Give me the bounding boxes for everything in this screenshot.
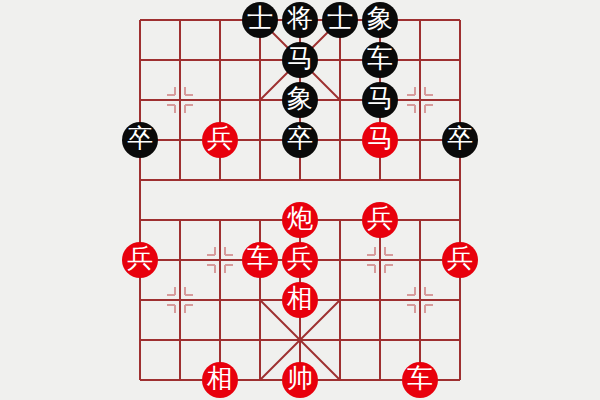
point-3-4[interactable] [240, 160, 280, 200]
point-0-7[interactable] [120, 280, 160, 320]
piece-glyph: 帅 [287, 366, 313, 392]
point-2-4[interactable] [200, 160, 240, 200]
point-6-9[interactable] [360, 360, 400, 400]
point-0-9[interactable] [120, 360, 160, 400]
piece-red-chariot[interactable]: 车 [242, 242, 278, 278]
point-5-3[interactable] [320, 120, 360, 160]
point-5-6[interactable] [320, 240, 360, 280]
point-5-5[interactable] [320, 200, 360, 240]
piece-red-general[interactable]: 帅 [282, 362, 318, 398]
piece-glyph: 卒 [127, 126, 153, 152]
piece-glyph: 炮 [287, 206, 313, 232]
point-8-0[interactable] [440, 0, 480, 40]
point-2-8[interactable] [200, 320, 240, 360]
piece-glyph: 兵 [447, 246, 473, 272]
piece-glyph: 兵 [127, 246, 153, 272]
piece-black-advisor[interactable]: 士 [322, 2, 358, 38]
piece-glyph: 相 [287, 286, 313, 312]
point-3-8[interactable] [240, 320, 280, 360]
point-4-7[interactable]: 相 [280, 280, 320, 320]
point-3-3[interactable] [240, 120, 280, 160]
point-3-9[interactable] [240, 360, 280, 400]
point-8-1[interactable] [440, 40, 480, 80]
piece-red-soldier[interactable]: 兵 [122, 242, 158, 278]
piece-glyph: 马 [367, 86, 393, 112]
piece-black-elephant[interactable]: 象 [362, 2, 398, 38]
point-1-5[interactable] [160, 200, 200, 240]
point-5-4[interactable] [320, 160, 360, 200]
point-4-2[interactable]: 象 [280, 80, 320, 120]
point-3-5[interactable] [240, 200, 280, 240]
point-4-8[interactable] [280, 320, 320, 360]
point-7-8[interactable] [400, 320, 440, 360]
piece-red-horse[interactable]: 马 [362, 122, 398, 158]
point-0-4[interactable] [120, 160, 160, 200]
point-1-6[interactable] [160, 240, 200, 280]
point-7-9[interactable]: 车 [400, 360, 440, 400]
point-1-0[interactable] [160, 0, 200, 40]
point-3-1[interactable] [240, 40, 280, 80]
point-2-5[interactable] [200, 200, 240, 240]
point-8-4[interactable] [440, 160, 480, 200]
point-5-1[interactable] [320, 40, 360, 80]
point-3-6[interactable]: 车 [240, 240, 280, 280]
piece-glyph: 车 [407, 366, 433, 392]
point-4-9[interactable]: 帅 [280, 360, 320, 400]
piece-black-general[interactable]: 将 [282, 2, 318, 38]
point-3-0[interactable]: 士 [240, 0, 280, 40]
piece-black-soldier[interactable]: 卒 [122, 122, 158, 158]
piece-glyph: 卒 [447, 126, 473, 152]
point-4-6[interactable]: 兵 [280, 240, 320, 280]
point-0-8[interactable] [120, 320, 160, 360]
point-7-1[interactable] [400, 40, 440, 80]
point-6-6[interactable] [360, 240, 400, 280]
point-3-7[interactable] [240, 280, 280, 320]
point-6-7[interactable] [360, 280, 400, 320]
point-1-2[interactable] [160, 80, 200, 120]
point-8-6[interactable]: 兵 [440, 240, 480, 280]
point-6-4[interactable] [360, 160, 400, 200]
point-0-3[interactable]: 卒 [120, 120, 160, 160]
point-1-3[interactable] [160, 120, 200, 160]
point-0-0[interactable] [120, 0, 160, 40]
point-1-4[interactable] [160, 160, 200, 200]
point-5-7[interactable] [320, 280, 360, 320]
piece-red-soldier[interactable]: 兵 [442, 242, 478, 278]
piece-glyph: 马 [287, 46, 313, 72]
point-6-0[interactable]: 象 [360, 0, 400, 40]
point-2-1[interactable] [200, 40, 240, 80]
point-5-9[interactable] [320, 360, 360, 400]
point-2-0[interactable] [200, 0, 240, 40]
piece-glyph: 马 [367, 126, 393, 152]
point-3-2[interactable] [240, 80, 280, 120]
point-5-2[interactable] [320, 80, 360, 120]
point-8-8[interactable] [440, 320, 480, 360]
piece-glyph: 兵 [287, 246, 313, 272]
point-6-2[interactable]: 马 [360, 80, 400, 120]
piece-red-soldier[interactable]: 兵 [202, 122, 238, 158]
point-7-7[interactable] [400, 280, 440, 320]
point-8-5[interactable] [440, 200, 480, 240]
point-7-0[interactable] [400, 0, 440, 40]
point-0-5[interactable] [120, 200, 160, 240]
piece-glyph: 士 [247, 6, 273, 32]
point-4-0[interactable]: 将 [280, 0, 320, 40]
piece-black-horse[interactable]: 马 [362, 82, 398, 118]
point-7-4[interactable] [400, 160, 440, 200]
point-8-7[interactable] [440, 280, 480, 320]
piece-red-soldier[interactable]: 兵 [282, 242, 318, 278]
point-0-2[interactable] [120, 80, 160, 120]
piece-red-soldier[interactable]: 兵 [362, 202, 398, 238]
piece-black-chariot[interactable]: 车 [362, 42, 398, 78]
point-1-1[interactable] [160, 40, 200, 80]
point-2-7[interactable] [200, 280, 240, 320]
point-2-9[interactable]: 相 [200, 360, 240, 400]
point-0-1[interactable] [120, 40, 160, 80]
piece-red-elephant[interactable]: 相 [202, 362, 238, 398]
piece-red-chariot[interactable]: 车 [402, 362, 438, 398]
point-5-0[interactable]: 士 [320, 0, 360, 40]
xiangqi-board: 士将士象马车象马卒兵卒马卒炮兵兵车兵兵相相帅车 [0, 0, 600, 400]
point-6-5[interactable]: 兵 [360, 200, 400, 240]
point-1-7[interactable] [160, 280, 200, 320]
piece-black-soldier[interactable]: 卒 [282, 122, 318, 158]
point-8-3[interactable]: 卒 [440, 120, 480, 160]
piece-glyph: 车 [367, 46, 393, 72]
piece-glyph: 象 [367, 6, 393, 32]
piece-glyph: 相 [207, 366, 233, 392]
point-4-4[interactable] [280, 160, 320, 200]
piece-red-elephant[interactable]: 相 [282, 282, 318, 318]
point-2-6[interactable] [200, 240, 240, 280]
point-4-1[interactable]: 马 [280, 40, 320, 80]
point-7-3[interactable] [400, 120, 440, 160]
piece-glyph: 车 [247, 246, 273, 272]
piece-black-elephant[interactable]: 象 [282, 82, 318, 118]
point-7-5[interactable] [400, 200, 440, 240]
piece-black-advisor[interactable]: 士 [242, 2, 278, 38]
point-5-8[interactable] [320, 320, 360, 360]
piece-glyph: 卒 [287, 126, 313, 152]
point-6-3[interactable]: 马 [360, 120, 400, 160]
point-2-3[interactable]: 兵 [200, 120, 240, 160]
point-6-8[interactable] [360, 320, 400, 360]
board-points-grid: 士将士象马车象马卒兵卒马卒炮兵兵车兵兵相相帅车 [120, 0, 480, 400]
point-4-5[interactable]: 炮 [280, 200, 320, 240]
piece-glyph: 兵 [207, 126, 233, 152]
point-8-9[interactable] [440, 360, 480, 400]
point-8-2[interactable] [440, 80, 480, 120]
point-2-2[interactable] [200, 80, 240, 120]
piece-red-cannon[interactable]: 炮 [282, 202, 318, 238]
point-1-8[interactable] [160, 320, 200, 360]
point-7-2[interactable] [400, 80, 440, 120]
piece-glyph: 兵 [367, 206, 393, 232]
point-0-6[interactable]: 兵 [120, 240, 160, 280]
point-6-1[interactable]: 车 [360, 40, 400, 80]
piece-glyph: 将 [287, 6, 313, 32]
piece-black-horse[interactable]: 马 [282, 42, 318, 78]
piece-black-soldier[interactable]: 卒 [442, 122, 478, 158]
piece-glyph: 象 [287, 86, 313, 112]
point-1-9[interactable] [160, 360, 200, 400]
point-7-6[interactable] [400, 240, 440, 280]
piece-glyph: 士 [327, 6, 353, 32]
point-4-3[interactable]: 卒 [280, 120, 320, 160]
